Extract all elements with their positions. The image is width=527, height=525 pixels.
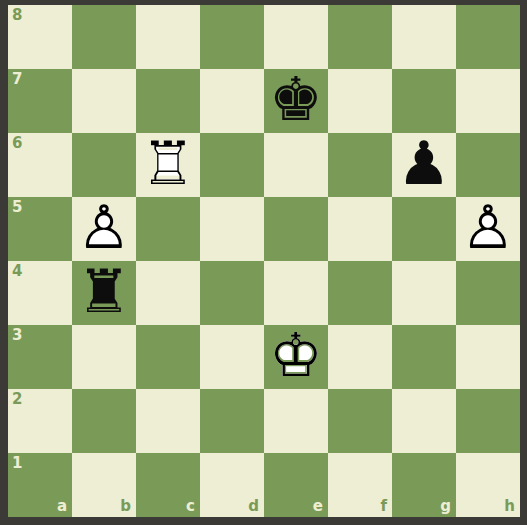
square-d4[interactable] xyxy=(200,261,264,325)
square-c4[interactable] xyxy=(136,261,200,325)
square-c8[interactable] xyxy=(136,5,200,69)
square-a3[interactable]: 3 xyxy=(8,325,72,389)
file-label-d: d xyxy=(248,499,259,514)
square-g2[interactable] xyxy=(392,389,456,453)
rank-label-8: 8 xyxy=(12,8,22,23)
board-frame: 87♚6♜♖♟5♟♙♟♙4♜3♚♔21abcdefgh xyxy=(0,0,527,525)
square-f1[interactable]: f xyxy=(328,453,392,517)
file-label-c: c xyxy=(186,499,195,514)
square-h5[interactable]: ♟♙ xyxy=(456,197,520,261)
square-g7[interactable] xyxy=(392,69,456,133)
square-h3[interactable] xyxy=(456,325,520,389)
rank-label-6: 6 xyxy=(12,136,22,151)
square-e7[interactable]: ♚ xyxy=(264,69,328,133)
square-a6[interactable]: 6 xyxy=(8,133,72,197)
file-label-h: h xyxy=(504,499,515,514)
square-a7[interactable]: 7 xyxy=(8,69,72,133)
square-h7[interactable] xyxy=(456,69,520,133)
white-pawn[interactable]: ♟♙ xyxy=(72,197,136,261)
square-f7[interactable] xyxy=(328,69,392,133)
rank-label-4: 4 xyxy=(12,264,22,279)
square-c1[interactable]: c xyxy=(136,453,200,517)
square-e2[interactable] xyxy=(264,389,328,453)
pawn-glyph-outline: ♙ xyxy=(77,197,131,257)
square-f5[interactable] xyxy=(328,197,392,261)
file-label-a: a xyxy=(57,499,67,514)
square-e8[interactable] xyxy=(264,5,328,69)
square-a5[interactable]: 5 xyxy=(8,197,72,261)
square-e6[interactable] xyxy=(264,133,328,197)
file-label-b: b xyxy=(120,499,131,514)
square-h4[interactable] xyxy=(456,261,520,325)
square-c7[interactable] xyxy=(136,69,200,133)
black-king[interactable]: ♚ xyxy=(264,69,328,133)
square-b7[interactable] xyxy=(72,69,136,133)
square-d6[interactable] xyxy=(200,133,264,197)
king-glyph-outline: ♔ xyxy=(269,325,323,385)
square-h6[interactable] xyxy=(456,133,520,197)
square-g1[interactable]: g xyxy=(392,453,456,517)
white-pawn[interactable]: ♟♙ xyxy=(456,197,520,261)
square-f4[interactable] xyxy=(328,261,392,325)
square-d2[interactable] xyxy=(200,389,264,453)
square-f6[interactable] xyxy=(328,133,392,197)
rank-label-1: 1 xyxy=(12,456,22,471)
square-c2[interactable] xyxy=(136,389,200,453)
square-a2[interactable]: 2 xyxy=(8,389,72,453)
square-d3[interactable] xyxy=(200,325,264,389)
white-rook[interactable]: ♜♖ xyxy=(136,133,200,197)
rook-glyph-outline: ♖ xyxy=(141,133,195,193)
rook-glyph-fill: ♜ xyxy=(77,261,131,321)
square-d5[interactable] xyxy=(200,197,264,261)
square-b3[interactable] xyxy=(72,325,136,389)
square-d1[interactable]: d xyxy=(200,453,264,517)
square-b6[interactable] xyxy=(72,133,136,197)
square-b1[interactable]: b xyxy=(72,453,136,517)
file-label-e: e xyxy=(313,499,323,514)
square-f3[interactable] xyxy=(328,325,392,389)
square-b5[interactable]: ♟♙ xyxy=(72,197,136,261)
square-b2[interactable] xyxy=(72,389,136,453)
square-g4[interactable] xyxy=(392,261,456,325)
square-b8[interactable] xyxy=(72,5,136,69)
square-g6[interactable]: ♟ xyxy=(392,133,456,197)
square-d8[interactable] xyxy=(200,5,264,69)
pawn-glyph-outline: ♙ xyxy=(461,197,515,257)
square-a4[interactable]: 4 xyxy=(8,261,72,325)
square-d7[interactable] xyxy=(200,69,264,133)
square-g8[interactable] xyxy=(392,5,456,69)
king-glyph-fill: ♚ xyxy=(269,69,323,129)
pawn-glyph-fill: ♟ xyxy=(397,133,451,193)
square-h8[interactable] xyxy=(456,5,520,69)
square-f8[interactable] xyxy=(328,5,392,69)
square-e1[interactable]: e xyxy=(264,453,328,517)
square-c5[interactable] xyxy=(136,197,200,261)
square-a8[interactable]: 8 xyxy=(8,5,72,69)
rank-label-5: 5 xyxy=(12,200,22,215)
square-g5[interactable] xyxy=(392,197,456,261)
square-e4[interactable] xyxy=(264,261,328,325)
square-e5[interactable] xyxy=(264,197,328,261)
rank-label-2: 2 xyxy=(12,392,22,407)
square-c3[interactable] xyxy=(136,325,200,389)
square-h2[interactable] xyxy=(456,389,520,453)
square-h1[interactable]: h xyxy=(456,453,520,517)
black-pawn[interactable]: ♟ xyxy=(392,133,456,197)
square-a1[interactable]: 1a xyxy=(8,453,72,517)
file-label-f: f xyxy=(380,499,387,514)
white-king[interactable]: ♚♔ xyxy=(264,325,328,389)
square-f2[interactable] xyxy=(328,389,392,453)
square-c6[interactable]: ♜♖ xyxy=(136,133,200,197)
file-label-g: g xyxy=(440,499,451,514)
chess-board: 87♚6♜♖♟5♟♙♟♙4♜3♚♔21abcdefgh xyxy=(8,5,520,517)
square-g3[interactable] xyxy=(392,325,456,389)
square-b4[interactable]: ♜ xyxy=(72,261,136,325)
rank-label-3: 3 xyxy=(12,328,22,343)
rank-label-7: 7 xyxy=(12,72,22,87)
square-e3[interactable]: ♚♔ xyxy=(264,325,328,389)
black-rook[interactable]: ♜ xyxy=(72,261,136,325)
